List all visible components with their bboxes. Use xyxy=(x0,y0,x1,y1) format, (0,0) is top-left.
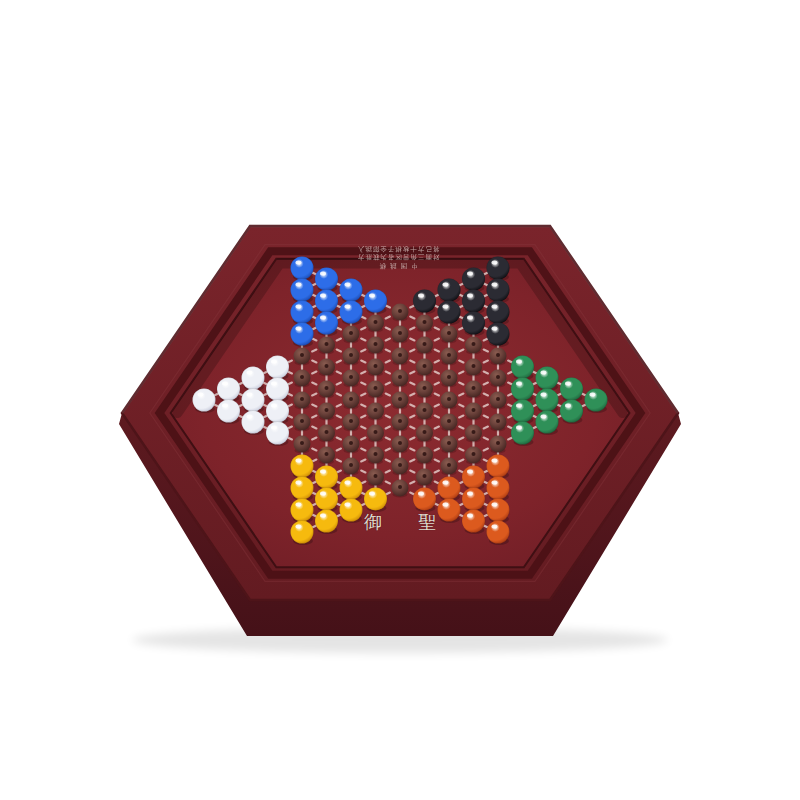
hole-c12-r7[interactable] xyxy=(465,403,482,421)
marble-orange[interactable] xyxy=(462,510,485,535)
marble-yellow[interactable] xyxy=(364,488,387,513)
marble-blue[interactable] xyxy=(291,301,314,326)
hole-c8-r9[interactable] xyxy=(367,469,384,487)
hole-c9-r8[interactable] xyxy=(392,458,409,476)
marble-yellow[interactable] xyxy=(291,521,314,546)
marble-black[interactable] xyxy=(462,290,485,315)
hole-c8-r3[interactable] xyxy=(367,337,384,355)
hole-c8-r8[interactable] xyxy=(367,447,384,465)
marble-orange[interactable] xyxy=(462,466,485,491)
hole-c11-r4[interactable] xyxy=(441,348,458,366)
hole-c6-r4[interactable] xyxy=(318,337,335,355)
hole-c9-r1[interactable] xyxy=(392,304,409,322)
hole-c12-r9[interactable] xyxy=(465,447,482,465)
hole-c12-r4[interactable] xyxy=(465,337,482,355)
marble-green[interactable] xyxy=(560,378,583,403)
marble-white[interactable] xyxy=(193,389,216,414)
marble-blue[interactable] xyxy=(291,323,314,348)
marble-black[interactable] xyxy=(413,290,436,315)
hole-c10-r2[interactable] xyxy=(416,315,433,333)
hole-c11-r8[interactable] xyxy=(441,436,458,454)
hole-c9-r3[interactable] xyxy=(392,348,409,366)
marble-blue[interactable] xyxy=(315,312,338,337)
marble-orange[interactable] xyxy=(438,499,461,524)
hole-c6-r9[interactable] xyxy=(318,447,335,465)
hole-c8-r7[interactable] xyxy=(367,425,384,443)
hole-c12-r5[interactable] xyxy=(465,359,482,377)
marble-yellow[interactable] xyxy=(315,466,338,491)
marble-yellow[interactable] xyxy=(291,477,314,502)
marble-yellow[interactable] xyxy=(340,499,363,524)
marble-green[interactable] xyxy=(511,400,534,425)
marble-blue[interactable] xyxy=(315,290,338,315)
hole-c8-r2[interactable] xyxy=(367,315,384,333)
hole-c11-r7[interactable] xyxy=(441,414,458,432)
marble-black[interactable] xyxy=(438,279,461,304)
hole-c10-r9[interactable] xyxy=(416,469,433,487)
hole-c13-r7[interactable] xyxy=(490,392,507,410)
hole-c11-r6[interactable] xyxy=(441,392,458,410)
marble-orange[interactable] xyxy=(438,477,461,502)
marble-green[interactable] xyxy=(536,411,559,436)
marble-green[interactable] xyxy=(536,389,559,414)
hole-c8-r5[interactable] xyxy=(367,381,384,399)
marble-blue[interactable] xyxy=(291,279,314,304)
hole-c6-r8[interactable] xyxy=(318,425,335,443)
hole-c7-r6[interactable] xyxy=(343,392,360,410)
marble-black[interactable] xyxy=(462,312,485,337)
hole-c13-r8[interactable] xyxy=(490,414,507,432)
chinese-checkers-board xyxy=(0,0,800,800)
marble-white[interactable] xyxy=(242,389,265,414)
hole-c9-r4[interactable] xyxy=(392,370,409,388)
marble-white[interactable] xyxy=(242,367,265,392)
marble-green[interactable] xyxy=(536,367,559,392)
hole-c9-r2[interactable] xyxy=(392,326,409,344)
hole-c9-r7[interactable] xyxy=(392,436,409,454)
hole-c10-r4[interactable] xyxy=(416,359,433,377)
hole-c7-r3[interactable] xyxy=(343,326,360,344)
marble-green[interactable] xyxy=(511,422,534,447)
hole-c5-r5[interactable] xyxy=(294,348,311,366)
marble-green[interactable] xyxy=(585,389,608,414)
marble-black[interactable] xyxy=(462,268,485,293)
hole-c11-r9[interactable] xyxy=(441,458,458,476)
hole-c11-r5[interactable] xyxy=(441,370,458,388)
marble-blue[interactable] xyxy=(364,290,387,315)
marble-white[interactable] xyxy=(266,422,289,447)
hole-c7-r8[interactable] xyxy=(343,436,360,454)
hole-c5-r6[interactable] xyxy=(294,370,311,388)
hole-c9-r5[interactable] xyxy=(392,392,409,410)
marble-blue[interactable] xyxy=(315,268,338,293)
hole-c5-r8[interactable] xyxy=(294,414,311,432)
marble-yellow[interactable] xyxy=(315,510,338,535)
marble-black[interactable] xyxy=(438,301,461,326)
hole-c12-r8[interactable] xyxy=(465,425,482,443)
hole-c7-r4[interactable] xyxy=(343,348,360,366)
hole-c6-r5[interactable] xyxy=(318,359,335,377)
marble-white[interactable] xyxy=(266,378,289,403)
marble-yellow[interactable] xyxy=(291,499,314,524)
marble-white[interactable] xyxy=(242,411,265,436)
hole-c12-r6[interactable] xyxy=(465,381,482,399)
marble-blue[interactable] xyxy=(340,301,363,326)
hole-c7-r5[interactable] xyxy=(343,370,360,388)
marble-blue[interactable] xyxy=(340,279,363,304)
marble-black[interactable] xyxy=(487,257,510,282)
hole-c9-r6[interactable] xyxy=(392,414,409,432)
hole-c10-r7[interactable] xyxy=(416,425,433,443)
hole-c6-r6[interactable] xyxy=(318,381,335,399)
marble-yellow[interactable] xyxy=(315,488,338,513)
hole-c11-r3[interactable] xyxy=(441,326,458,344)
marble-black[interactable] xyxy=(487,323,510,348)
marble-orange[interactable] xyxy=(413,488,436,513)
hole-c13-r5[interactable] xyxy=(490,348,507,366)
hole-c7-r9[interactable] xyxy=(343,458,360,476)
marble-black[interactable] xyxy=(487,279,510,304)
hole-c6-r7[interactable] xyxy=(318,403,335,421)
marble-white[interactable] xyxy=(266,400,289,425)
marble-yellow[interactable] xyxy=(291,455,314,480)
hole-c13-r9[interactable] xyxy=(490,436,507,454)
marble-green[interactable] xyxy=(511,378,534,403)
hole-c8-r4[interactable] xyxy=(367,359,384,377)
hole-c13-r6[interactable] xyxy=(490,370,507,388)
marble-orange[interactable] xyxy=(487,477,510,502)
hole-c5-r9[interactable] xyxy=(294,436,311,454)
marble-orange[interactable] xyxy=(462,488,485,513)
marble-white[interactable] xyxy=(217,378,240,403)
hole-c9-r9[interactable] xyxy=(392,480,409,498)
hole-c10-r6[interactable] xyxy=(416,403,433,421)
marble-white[interactable] xyxy=(266,356,289,381)
marble-green[interactable] xyxy=(560,400,583,425)
marble-white[interactable] xyxy=(217,400,240,425)
hole-c5-r7[interactable] xyxy=(294,392,311,410)
hole-c10-r5[interactable] xyxy=(416,381,433,399)
product-photo: 中 国 跳 棋 对面三角营区者为获胜方 将己方十枚棋子全部跳入 御 聖 xyxy=(0,0,800,800)
marble-orange[interactable] xyxy=(487,455,510,480)
hole-c10-r8[interactable] xyxy=(416,447,433,465)
marble-orange[interactable] xyxy=(487,521,510,546)
marble-blue[interactable] xyxy=(291,257,314,282)
marble-green[interactable] xyxy=(511,356,534,381)
marble-yellow[interactable] xyxy=(340,477,363,502)
marble-orange[interactable] xyxy=(487,499,510,524)
marble-black[interactable] xyxy=(487,301,510,326)
hole-c7-r7[interactable] xyxy=(343,414,360,432)
hole-c8-r6[interactable] xyxy=(367,403,384,421)
hole-c10-r3[interactable] xyxy=(416,337,433,355)
